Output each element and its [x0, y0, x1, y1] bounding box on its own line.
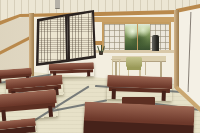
table-leg — [162, 91, 166, 101]
table-apron — [109, 86, 170, 93]
window-mullion — [137, 24, 138, 50]
low-table-bottom-left — [0, 118, 37, 133]
garden-window — [102, 22, 171, 52]
low-table-left-front — [0, 89, 58, 121]
tatami-room-photo — [0, 0, 200, 133]
table-leg — [48, 106, 53, 117]
low-table-foreground — [83, 102, 194, 133]
shoji-panel-left — [104, 24, 125, 50]
table-leg — [112, 89, 116, 99]
dining-table-leg — [145, 61, 146, 75]
detector-icon — [55, 0, 60, 9]
table-leg — [87, 71, 90, 77]
thermos — [152, 35, 159, 51]
window-sill — [94, 50, 176, 53]
table-leg — [1, 110, 6, 121]
right-corner-post — [174, 10, 179, 88]
chair-leg — [119, 60, 120, 76]
corner-post — [29, 13, 34, 76]
chair-back-cushion — [126, 57, 142, 67]
